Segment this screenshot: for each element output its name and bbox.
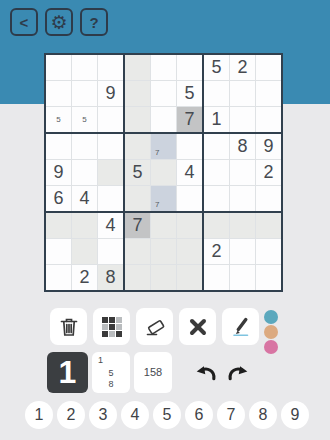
corner-preview-1: 1: [98, 356, 103, 365]
color-dot-1[interactable]: [264, 310, 278, 324]
cell-value: 8: [237, 136, 247, 157]
back-icon: <: [20, 14, 29, 31]
corner-mode-button[interactable]: 1 5 8: [92, 352, 130, 393]
color-grid-square: [116, 324, 122, 330]
cell-r8c3[interactable]: [98, 239, 123, 264]
cell-r5c6[interactable]: 4: [177, 160, 202, 185]
cell-value: 9: [53, 162, 63, 183]
color-dot-3[interactable]: [264, 340, 278, 354]
cell-r3c7[interactable]: 1: [204, 107, 229, 132]
digit-4-button[interactable]: 4: [121, 401, 149, 429]
pen-button[interactable]: [222, 308, 259, 345]
cell-r6c4[interactable]: [125, 186, 150, 211]
cell-r6c3[interactable]: [98, 186, 123, 211]
box-4: 964: [46, 134, 123, 211]
cell-r4c6[interactable]: [177, 134, 202, 159]
x-icon: [186, 315, 210, 339]
cell-r1c7[interactable]: 5: [204, 55, 229, 80]
clear-button[interactable]: [179, 308, 216, 345]
cell-r1c8[interactable]: 2: [230, 55, 255, 80]
cell-r4c9[interactable]: 9: [256, 134, 281, 159]
cell-r8c5[interactable]: [151, 239, 176, 264]
cell-r9c2[interactable]: 2: [72, 265, 97, 290]
digit-row: 1 2 3 4 5 6 7 8 9: [25, 401, 309, 429]
cell-r5c2[interactable]: [72, 160, 97, 185]
digit-6-button[interactable]: 6: [185, 401, 213, 429]
box-6: 892: [204, 134, 281, 211]
eraser-icon: [143, 315, 167, 339]
cell-value: 5: [211, 57, 221, 78]
cell-r9c1[interactable]: [46, 265, 71, 290]
digit-1-button[interactable]: 1: [25, 401, 53, 429]
digit-2-button[interactable]: 2: [57, 401, 85, 429]
digit-5-button[interactable]: 5: [153, 401, 181, 429]
cell-r5c1[interactable]: 9: [46, 160, 71, 185]
cell-r3c8[interactable]: [230, 107, 255, 132]
cell-r2c2[interactable]: [72, 81, 97, 106]
cell-r1c6[interactable]: [177, 55, 202, 80]
undo-button[interactable]: [192, 359, 219, 389]
cell-r3c2[interactable]: 5: [72, 107, 97, 132]
cell-r8c4[interactable]: [125, 239, 150, 264]
color-swatches: [264, 310, 278, 354]
cell-r1c9[interactable]: [256, 55, 281, 80]
cell-r8c6[interactable]: [177, 239, 202, 264]
color-grid-square: [109, 324, 115, 330]
cell-r7c8[interactable]: [230, 213, 255, 238]
cell-r5c5[interactable]: [151, 160, 176, 185]
cell-r9c9[interactable]: [256, 265, 281, 290]
cell-r2c6[interactable]: 5: [177, 81, 202, 106]
box-9: 2: [204, 213, 281, 290]
cell-value: 2: [263, 162, 273, 183]
box-1: 955: [46, 55, 123, 132]
corner-preview-5: 5: [108, 368, 113, 377]
cell-r4c4[interactable]: [125, 134, 150, 159]
redo-button[interactable]: [225, 359, 252, 389]
cell-r8c8[interactable]: [230, 239, 255, 264]
color-grid-square: [109, 317, 115, 323]
redo-icon: [225, 359, 252, 386]
color-dot-2[interactable]: [264, 325, 278, 339]
cell-value: 8: [105, 267, 115, 288]
box-3: 521: [204, 55, 281, 132]
normal-mode-button[interactable]: 1: [47, 352, 88, 393]
cell-r2c7[interactable]: [204, 81, 229, 106]
color-grid-icon: [102, 317, 122, 337]
pencil-mark: 7: [155, 201, 159, 209]
cell-value: 7: [184, 109, 194, 130]
cell-value: 4: [105, 215, 115, 236]
cell-value: 4: [79, 188, 89, 209]
cell-value: 9: [263, 136, 273, 157]
cell-r5c8[interactable]: [230, 160, 255, 185]
back-button[interactable]: <: [10, 8, 38, 36]
digit-8-button[interactable]: 8: [249, 401, 277, 429]
cell-r9c5[interactable]: [151, 265, 176, 290]
help-button[interactable]: ?: [80, 8, 108, 36]
cell-r4c3[interactable]: [98, 134, 123, 159]
cell-r6c1[interactable]: 6: [46, 186, 71, 211]
cell-r2c3[interactable]: 9: [98, 81, 123, 106]
pencil-mark: 5: [56, 116, 60, 124]
cell-r1c4[interactable]: [125, 55, 150, 80]
cell-r9c7[interactable]: [204, 265, 229, 290]
cell-r7c7[interactable]: [204, 213, 229, 238]
cell-r3c5[interactable]: [151, 107, 176, 132]
box-2: 57: [125, 55, 202, 132]
cell-value: 2: [79, 267, 89, 288]
color-grid-square: [116, 317, 122, 323]
cell-r7c5[interactable]: [151, 213, 176, 238]
cell-r6c5[interactable]: 7: [151, 186, 176, 211]
cell-r6c7[interactable]: [204, 186, 229, 211]
cell-value: 5: [132, 162, 142, 183]
top-toolbar: < ⚙ ?: [10, 8, 108, 36]
eraser-button[interactable]: [136, 308, 173, 345]
cell-value: 1: [211, 109, 221, 130]
color-grid-square: [102, 331, 108, 337]
cell-r9c3[interactable]: 8: [98, 265, 123, 290]
help-icon: ?: [89, 14, 98, 31]
cell-r9c8[interactable]: [230, 265, 255, 290]
cell-r3c6[interactable]: 7: [177, 107, 202, 132]
cell-r3c9[interactable]: [256, 107, 281, 132]
cell-r1c2[interactable]: [72, 55, 97, 80]
trash-icon: [57, 315, 81, 339]
cell-r4c7[interactable]: [204, 134, 229, 159]
cell-r4c8[interactable]: 8: [230, 134, 255, 159]
pencil-mark: 7: [155, 149, 159, 157]
cell-value: 6: [53, 188, 63, 209]
cell-r4c1[interactable]: [46, 134, 71, 159]
pen-icon: [229, 315, 253, 339]
cell-r9c6[interactable]: [177, 265, 202, 290]
cell-value: 9: [105, 83, 115, 104]
cell-r7c9[interactable]: [256, 213, 281, 238]
cell-r2c5[interactable]: [151, 81, 176, 106]
cell-r6c2[interactable]: 4: [72, 186, 97, 211]
cell-r2c4[interactable]: [125, 81, 150, 106]
cell-value: 2: [211, 241, 221, 262]
cell-r3c3[interactable]: [98, 107, 123, 132]
undo-icon: [192, 359, 219, 386]
sudoku-board: 95557521964754789242872: [44, 53, 283, 292]
color-grid-square: [102, 324, 108, 330]
cell-r7c4[interactable]: 7: [125, 213, 150, 238]
cell-r7c1[interactable]: [46, 213, 71, 238]
cell-r7c3[interactable]: 4: [98, 213, 123, 238]
box-5: 7547: [125, 134, 202, 211]
center-mode-button[interactable]: 158: [134, 352, 172, 393]
cell-value: 5: [184, 83, 194, 104]
cell-r8c2[interactable]: [72, 239, 97, 264]
cell-r1c5[interactable]: [151, 55, 176, 80]
cell-r8c1[interactable]: [46, 239, 71, 264]
cell-r3c1[interactable]: 5: [46, 107, 71, 132]
cell-r5c7[interactable]: [204, 160, 229, 185]
digit-7-button[interactable]: 7: [217, 401, 245, 429]
box-7: 428: [46, 213, 123, 290]
entry-pad: 1 1 5 8 158: [47, 352, 172, 393]
box-8: 7: [125, 213, 202, 290]
gear-icon: ⚙: [50, 13, 67, 32]
settings-button[interactable]: ⚙: [45, 8, 73, 36]
cell-r2c8[interactable]: [230, 81, 255, 106]
cell-r2c9[interactable]: [256, 81, 281, 106]
cell-r6c9[interactable]: [256, 186, 281, 211]
delete-button[interactable]: [50, 308, 87, 345]
cell-r1c1[interactable]: [46, 55, 71, 80]
cell-r6c8[interactable]: [230, 186, 255, 211]
color-grid-square: [116, 331, 122, 337]
cell-r8c9[interactable]: [256, 239, 281, 264]
color-grid-square: [102, 317, 108, 323]
cell-r2c1[interactable]: [46, 81, 71, 106]
cell-r6c6[interactable]: [177, 186, 202, 211]
cell-r5c4[interactable]: 5: [125, 160, 150, 185]
cell-r1c3[interactable]: [98, 55, 123, 80]
cell-value: 2: [237, 57, 247, 78]
color-palette-button[interactable]: [93, 308, 130, 345]
pencil-mark: 5: [82, 116, 86, 124]
cell-value: 7: [132, 215, 142, 236]
corner-preview-8: 8: [108, 380, 113, 389]
color-grid-square: [109, 331, 115, 337]
cell-r4c2[interactable]: [72, 134, 97, 159]
cell-r5c9[interactable]: 2: [256, 160, 281, 185]
digit-3-button[interactable]: 3: [89, 401, 117, 429]
tools-row: [50, 308, 259, 345]
cell-r7c2[interactable]: [72, 213, 97, 238]
digit-9-button[interactable]: 9: [281, 401, 309, 429]
cell-value: 4: [184, 162, 194, 183]
cell-r9c4[interactable]: [125, 265, 150, 290]
cell-r8c7[interactable]: 2: [204, 239, 229, 264]
cell-r7c6[interactable]: [177, 213, 202, 238]
cell-r5c3[interactable]: [98, 160, 123, 185]
cell-r3c4[interactable]: [125, 107, 150, 132]
cell-r4c5[interactable]: 7: [151, 134, 176, 159]
